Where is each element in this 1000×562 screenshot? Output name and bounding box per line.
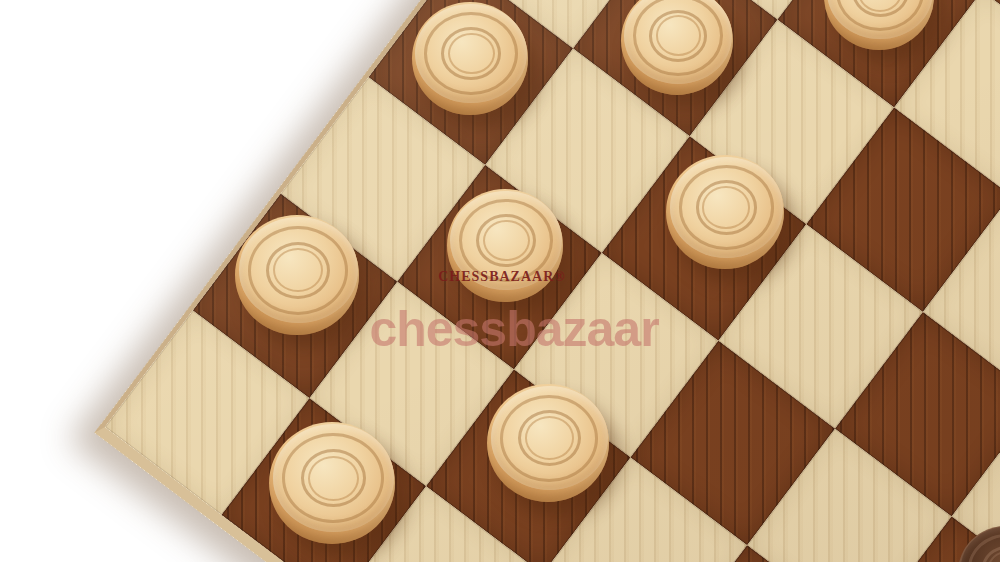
turned-ring-groove	[525, 416, 574, 460]
turned-ring-groove	[656, 15, 701, 55]
watermark-brand-small: CHESSBAZAAR®	[438, 269, 566, 285]
turned-ring-groove	[483, 220, 530, 262]
checker-piece-light-c0r1[interactable]	[235, 215, 359, 335]
watermark-brand-logo: chessbazaar	[369, 300, 658, 358]
checker-piece-light-c2r1[interactable]	[487, 384, 609, 502]
checker-piece-light-c0r3[interactable]	[412, 2, 528, 115]
product-photo-stage: CHESSBAZAAR® chessbazaar	[0, 0, 1000, 562]
checker-piece-light-c2r3[interactable]	[666, 155, 784, 269]
checker-top-face	[239, 217, 358, 323]
checker-top-face	[491, 386, 608, 490]
checker-piece-light-c1r0[interactable]	[269, 422, 395, 544]
turned-ring-groove	[448, 33, 495, 75]
checker-top-face	[827, 0, 933, 39]
turned-ring-groove	[308, 456, 359, 501]
checker-top-face	[670, 157, 783, 257]
checker-top-face	[415, 4, 526, 103]
checker-top-face	[273, 424, 394, 531]
turned-ring-groove	[702, 186, 750, 228]
checker-top-face	[624, 0, 732, 84]
